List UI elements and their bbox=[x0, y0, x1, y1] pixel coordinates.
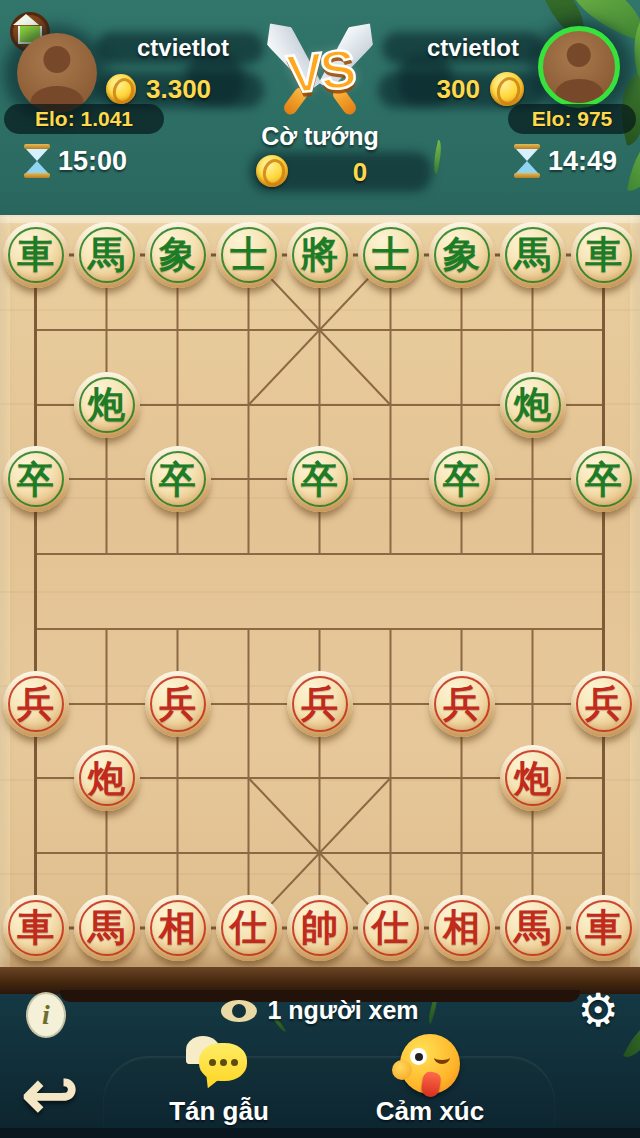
piece-character: 炮 bbox=[88, 760, 125, 797]
piece-character: 車 bbox=[585, 909, 622, 946]
piece-character: 兵 bbox=[159, 685, 196, 722]
piece-black-卒[interactable]: 卒 bbox=[145, 446, 211, 512]
piece-character: 兵 bbox=[17, 685, 54, 722]
piece-character: 馬 bbox=[514, 236, 551, 273]
piece-red-兵[interactable]: 兵 bbox=[571, 671, 637, 737]
piece-black-象[interactable]: 象 bbox=[429, 222, 495, 288]
piece-character: 炮 bbox=[514, 386, 551, 423]
piece-character: 兵 bbox=[301, 685, 338, 722]
board-pieces-layer: 車馬象士將士象馬車炮炮卒卒卒卒卒兵兵兵兵兵炮炮車馬相仕帥仕相馬車 bbox=[0, 218, 639, 966]
piece-character: 象 bbox=[159, 236, 196, 273]
game-screen: ctvietlot 3.300 Elo: 1.041 15:00 VS Cờ t… bbox=[0, 0, 640, 1138]
piece-red-帥[interactable]: 帥 bbox=[287, 895, 353, 961]
vs-label: VS bbox=[249, 33, 391, 109]
piece-character: 炮 bbox=[514, 760, 551, 797]
piece-red-仕[interactable]: 仕 bbox=[358, 895, 424, 961]
piece-character: 車 bbox=[17, 236, 54, 273]
bamboo-leaf bbox=[430, 140, 445, 175]
left-player-coins: 3.300 bbox=[146, 74, 211, 105]
piece-red-炮[interactable]: 炮 bbox=[74, 745, 140, 811]
piece-character: 士 bbox=[372, 236, 409, 273]
piece-red-炮[interactable]: 炮 bbox=[500, 745, 566, 811]
piece-character: 卒 bbox=[159, 461, 196, 498]
settings-button[interactable]: ⚙ bbox=[574, 986, 622, 1034]
hourglass-icon bbox=[514, 144, 540, 178]
piece-red-兵[interactable]: 兵 bbox=[3, 671, 69, 737]
avatar-silhouette bbox=[43, 46, 70, 73]
eye-icon bbox=[221, 1000, 257, 1022]
piece-black-車[interactable]: 車 bbox=[571, 222, 637, 288]
left-player-elo-badge: Elo: 1.041 bbox=[4, 104, 164, 134]
piece-character: 兵 bbox=[443, 685, 480, 722]
left-player-timer: 15:00 bbox=[58, 146, 127, 177]
piece-character: 馬 bbox=[88, 236, 125, 273]
piece-red-車[interactable]: 車 bbox=[571, 895, 637, 961]
piece-character: 車 bbox=[585, 236, 622, 273]
piece-black-將[interactable]: 將 bbox=[287, 222, 353, 288]
emoji-eye bbox=[410, 1048, 427, 1065]
piece-black-炮[interactable]: 炮 bbox=[74, 372, 140, 438]
chat-button-label[interactable]: Tán gẫu bbox=[144, 1096, 294, 1127]
piece-character: 車 bbox=[17, 909, 54, 946]
piece-character: 仕 bbox=[372, 909, 409, 946]
piece-black-車[interactable]: 車 bbox=[3, 222, 69, 288]
coin-icon bbox=[256, 155, 288, 187]
hourglass-icon bbox=[24, 144, 50, 178]
viewer-count-label: 1 người xem bbox=[267, 996, 418, 1025]
piece-red-車[interactable]: 車 bbox=[3, 895, 69, 961]
bottom-edge-strip bbox=[0, 1128, 640, 1138]
piece-character: 卒 bbox=[301, 461, 338, 498]
pot-value: 0 bbox=[290, 157, 430, 188]
piece-red-馬[interactable]: 馬 bbox=[74, 895, 140, 961]
piece-character: 馬 bbox=[88, 909, 125, 946]
piece-character: 卒 bbox=[17, 461, 54, 498]
left-player-avatar[interactable] bbox=[17, 33, 97, 113]
piece-character: 仕 bbox=[230, 909, 267, 946]
chat-bubble-icon bbox=[199, 1043, 247, 1081]
piece-character: 帥 bbox=[301, 909, 338, 946]
piece-black-象[interactable]: 象 bbox=[145, 222, 211, 288]
piece-red-仕[interactable]: 仕 bbox=[216, 895, 282, 961]
piece-character: 兵 bbox=[585, 685, 622, 722]
piece-red-相[interactable]: 相 bbox=[429, 895, 495, 961]
piece-black-炮[interactable]: 炮 bbox=[500, 372, 566, 438]
emoji-wink-eye bbox=[434, 1051, 450, 1064]
info-button[interactable]: i bbox=[26, 992, 66, 1038]
piece-black-馬[interactable]: 馬 bbox=[74, 222, 140, 288]
bamboo-leaf bbox=[623, 1014, 640, 1063]
piece-red-馬[interactable]: 馬 bbox=[500, 895, 566, 961]
piece-character: 炮 bbox=[88, 386, 125, 423]
back-button[interactable]: ↩ bbox=[14, 1058, 86, 1130]
right-player-timer: 14:49 bbox=[548, 146, 617, 177]
chat-button[interactable] bbox=[186, 1036, 252, 1090]
right-player-elo-badge: Elo: 975 bbox=[508, 104, 636, 134]
piece-black-馬[interactable]: 馬 bbox=[500, 222, 566, 288]
piece-black-士[interactable]: 士 bbox=[358, 222, 424, 288]
coin-icon bbox=[106, 74, 136, 104]
avatar-silhouette bbox=[555, 79, 603, 108]
piece-black-士[interactable]: 士 bbox=[216, 222, 282, 288]
right-player-coins: 300 bbox=[408, 74, 480, 105]
viewer-count: 1 người xem bbox=[160, 996, 480, 1025]
piece-character: 象 bbox=[443, 236, 480, 273]
piece-character: 馬 bbox=[514, 909, 551, 946]
right-player-avatar[interactable] bbox=[538, 26, 620, 108]
vs-badge: VS bbox=[252, 14, 388, 122]
piece-character: 相 bbox=[443, 909, 480, 946]
piece-character: 卒 bbox=[585, 461, 622, 498]
avatar-silhouette bbox=[567, 43, 591, 67]
piece-character: 相 bbox=[159, 909, 196, 946]
piece-red-兵[interactable]: 兵 bbox=[287, 671, 353, 737]
piece-red-兵[interactable]: 兵 bbox=[145, 671, 211, 737]
piece-black-卒[interactable]: 卒 bbox=[571, 446, 637, 512]
coin-icon bbox=[490, 72, 524, 106]
piece-character: 士 bbox=[230, 236, 267, 273]
emoji-fist bbox=[392, 1060, 412, 1080]
piece-character: 將 bbox=[301, 236, 338, 273]
piece-black-卒[interactable]: 卒 bbox=[429, 446, 495, 512]
piece-red-相[interactable]: 相 bbox=[145, 895, 211, 961]
piece-character: 卒 bbox=[443, 461, 480, 498]
game-title: Cờ tướng bbox=[220, 122, 420, 151]
emote-button[interactable] bbox=[400, 1034, 460, 1094]
piece-black-卒[interactable]: 卒 bbox=[3, 446, 69, 512]
piece-red-兵[interactable]: 兵 bbox=[429, 671, 495, 737]
emote-button-label[interactable]: Cảm xúc bbox=[355, 1096, 505, 1127]
piece-black-卒[interactable]: 卒 bbox=[287, 446, 353, 512]
